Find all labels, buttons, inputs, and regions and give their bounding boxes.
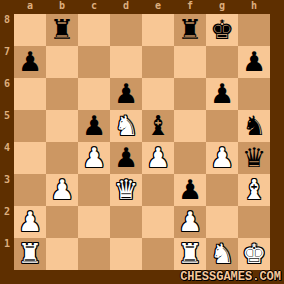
square-g7[interactable]: [206, 46, 238, 78]
square-f1[interactable]: ♜: [174, 238, 206, 270]
square-f5[interactable]: [174, 110, 206, 142]
square-d4[interactable]: ♟: [110, 142, 142, 174]
file-label-h: h: [238, 0, 270, 14]
square-c8[interactable]: [78, 14, 110, 46]
chess-board-screenshot: ♜♜♚♟♟♟♟♟♞♝♞♟♟♟♟♛♟♛♟♝♟♟♜♜♞♚ abcdefgh 8765…: [0, 0, 284, 284]
piece-white-pawn-e4[interactable]: ♟: [142, 142, 174, 174]
chess-board: ♜♜♚♟♟♟♟♟♞♝♞♟♟♟♟♛♟♛♟♝♟♟♜♜♞♚: [14, 14, 270, 270]
piece-white-knight-d5[interactable]: ♞: [110, 110, 142, 142]
square-f3[interactable]: ♟: [174, 174, 206, 206]
piece-black-pawn-f3[interactable]: ♟: [174, 174, 206, 206]
square-h3[interactable]: ♝: [238, 174, 270, 206]
square-g4[interactable]: ♟: [206, 142, 238, 174]
square-e1[interactable]: [142, 238, 174, 270]
square-d5[interactable]: ♞: [110, 110, 142, 142]
file-label-e: e: [142, 0, 174, 14]
square-f6[interactable]: [174, 78, 206, 110]
square-d1[interactable]: [110, 238, 142, 270]
piece-white-pawn-c4[interactable]: ♟: [78, 142, 110, 174]
piece-white-rook-a1[interactable]: ♜: [14, 238, 46, 270]
square-e4[interactable]: ♟: [142, 142, 174, 174]
file-label-c: c: [78, 0, 110, 14]
piece-white-pawn-a2[interactable]: ♟: [14, 206, 46, 238]
square-b6[interactable]: [46, 78, 78, 110]
square-a5[interactable]: [14, 110, 46, 142]
file-label-f: f: [174, 0, 206, 14]
square-e5[interactable]: ♝: [142, 110, 174, 142]
square-g8[interactable]: ♚: [206, 14, 238, 46]
piece-white-pawn-f2[interactable]: ♟: [174, 206, 206, 238]
square-d2[interactable]: [110, 206, 142, 238]
square-h1[interactable]: ♚: [238, 238, 270, 270]
square-h2[interactable]: [238, 206, 270, 238]
square-b3[interactable]: ♟: [46, 174, 78, 206]
square-h4[interactable]: ♛: [238, 142, 270, 174]
square-d7[interactable]: [110, 46, 142, 78]
rank-label-3: 3: [0, 174, 14, 206]
square-a3[interactable]: [14, 174, 46, 206]
square-e3[interactable]: [142, 174, 174, 206]
square-b7[interactable]: [46, 46, 78, 78]
square-h6[interactable]: [238, 78, 270, 110]
rank-label-7: 7: [0, 46, 14, 78]
piece-white-pawn-b3[interactable]: ♟: [46, 174, 78, 206]
square-g5[interactable]: [206, 110, 238, 142]
rank-label-2: 2: [0, 206, 14, 238]
square-c3[interactable]: [78, 174, 110, 206]
square-h8[interactable]: [238, 14, 270, 46]
square-g2[interactable]: [206, 206, 238, 238]
square-a8[interactable]: [14, 14, 46, 46]
square-b2[interactable]: [46, 206, 78, 238]
square-c1[interactable]: [78, 238, 110, 270]
square-f2[interactable]: ♟: [174, 206, 206, 238]
piece-white-bishop-h3[interactable]: ♝: [238, 174, 270, 206]
piece-white-queen-d3[interactable]: ♛: [110, 174, 142, 206]
square-a7[interactable]: ♟: [14, 46, 46, 78]
square-f8[interactable]: ♜: [174, 14, 206, 46]
piece-white-knight-g1[interactable]: ♞: [206, 238, 238, 270]
file-label-b: b: [46, 0, 78, 14]
square-g1[interactable]: ♞: [206, 238, 238, 270]
piece-black-pawn-d4[interactable]: ♟: [110, 142, 142, 174]
square-e2[interactable]: [142, 206, 174, 238]
piece-black-bishop-e5[interactable]: ♝: [142, 110, 174, 142]
piece-black-pawn-d6[interactable]: ♟: [110, 78, 142, 110]
square-d8[interactable]: [110, 14, 142, 46]
piece-black-pawn-h7[interactable]: ♟: [238, 46, 270, 78]
piece-black-queen-h4[interactable]: ♛: [238, 142, 270, 174]
rank-label-5: 5: [0, 110, 14, 142]
piece-black-knight-h5[interactable]: ♞: [238, 110, 270, 142]
rank-label-6: 6: [0, 78, 14, 110]
square-f7[interactable]: [174, 46, 206, 78]
piece-black-king-g8[interactable]: ♚: [206, 14, 238, 46]
chessgames-watermark: CHESSGAMES.COM: [180, 270, 281, 284]
piece-black-rook-b8[interactable]: ♜: [46, 14, 78, 46]
piece-white-pawn-g4[interactable]: ♟: [206, 142, 238, 174]
square-a4[interactable]: [14, 142, 46, 174]
file-label-d: d: [110, 0, 142, 14]
square-c6[interactable]: [78, 78, 110, 110]
rank-label-4: 4: [0, 142, 14, 174]
square-h5[interactable]: ♞: [238, 110, 270, 142]
square-g3[interactable]: [206, 174, 238, 206]
square-e6[interactable]: [142, 78, 174, 110]
square-f4[interactable]: [174, 142, 206, 174]
square-d3[interactable]: ♛: [110, 174, 142, 206]
square-c5[interactable]: ♟: [78, 110, 110, 142]
square-b1[interactable]: [46, 238, 78, 270]
file-label-a: a: [14, 0, 46, 14]
square-d6[interactable]: ♟: [110, 78, 142, 110]
square-c4[interactable]: ♟: [78, 142, 110, 174]
piece-black-rook-f8[interactable]: ♜: [174, 14, 206, 46]
square-b8[interactable]: ♜: [46, 14, 78, 46]
square-a1[interactable]: ♜: [14, 238, 46, 270]
piece-black-pawn-c5[interactable]: ♟: [78, 110, 110, 142]
piece-black-pawn-a7[interactable]: ♟: [14, 46, 46, 78]
square-g6[interactable]: ♟: [206, 78, 238, 110]
square-c7[interactable]: [78, 46, 110, 78]
rank-label-8: 8: [0, 14, 14, 46]
square-h7[interactable]: ♟: [238, 46, 270, 78]
file-label-g: g: [206, 0, 238, 14]
piece-black-pawn-g6[interactable]: ♟: [206, 78, 238, 110]
square-a6[interactable]: [14, 78, 46, 110]
piece-white-rook-f1[interactable]: ♜: [174, 238, 206, 270]
piece-white-king-h1[interactable]: ♚: [238, 238, 270, 270]
square-b4[interactable]: [46, 142, 78, 174]
square-e8[interactable]: [142, 14, 174, 46]
rank-label-1: 1: [0, 238, 14, 270]
square-c2[interactable]: [78, 206, 110, 238]
square-a2[interactable]: ♟: [14, 206, 46, 238]
square-e7[interactable]: [142, 46, 174, 78]
square-b5[interactable]: [46, 110, 78, 142]
